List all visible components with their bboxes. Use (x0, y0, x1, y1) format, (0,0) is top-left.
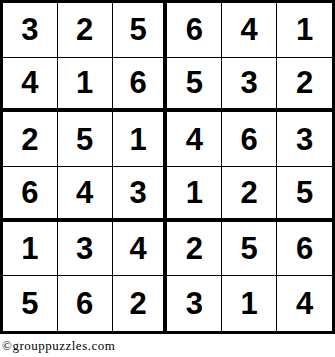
cell-r5c5: 5 (222, 222, 277, 277)
cell-r5c1: 1 (3, 222, 58, 277)
cell-r3c5: 6 (222, 112, 277, 167)
cell-r2c2: 1 (58, 58, 113, 113)
cell-r5c6: 6 (277, 222, 332, 277)
cell-r4c3: 3 (113, 167, 168, 222)
cell-r1c3: 5 (113, 3, 168, 58)
cell-r3c1: 2 (3, 112, 58, 167)
cell-r3c4: 4 (167, 112, 222, 167)
sudoku-board: 325641416532251463643125134256562314 (0, 0, 335, 334)
cell-r1c1: 3 (3, 3, 58, 58)
cell-r3c3: 1 (113, 112, 168, 167)
cell-r2c5: 3 (222, 58, 277, 113)
cell-r6c1: 5 (3, 276, 58, 331)
cell-r6c3: 2 (113, 276, 168, 331)
cell-r6c2: 6 (58, 276, 113, 331)
cell-r3c2: 5 (58, 112, 113, 167)
cell-r2c1: 4 (3, 58, 58, 113)
cell-r3c6: 3 (277, 112, 332, 167)
cell-r6c6: 4 (277, 276, 332, 331)
cell-r2c6: 2 (277, 58, 332, 113)
cell-r1c4: 6 (167, 3, 222, 58)
cell-r1c5: 4 (222, 3, 277, 58)
cell-r1c6: 1 (277, 3, 332, 58)
copyright-text: ©grouppuzzles.com (2, 338, 115, 354)
cell-r5c4: 2 (167, 222, 222, 277)
cell-r4c5: 2 (222, 167, 277, 222)
cell-r2c3: 6 (113, 58, 168, 113)
cell-r4c4: 1 (167, 167, 222, 222)
cell-r6c5: 1 (222, 276, 277, 331)
cell-r6c4: 3 (167, 276, 222, 331)
cell-r5c2: 3 (58, 222, 113, 277)
cell-r4c6: 5 (277, 167, 332, 222)
cell-r1c2: 2 (58, 3, 113, 58)
cell-r5c3: 4 (113, 222, 168, 277)
cell-r4c1: 6 (3, 167, 58, 222)
cell-r2c4: 5 (167, 58, 222, 113)
cell-r4c2: 4 (58, 167, 113, 222)
